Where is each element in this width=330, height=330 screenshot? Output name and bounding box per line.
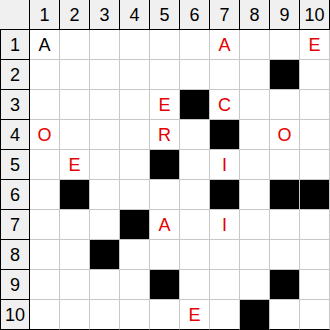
- cell-r10c3[interactable]: [90, 300, 120, 330]
- cell-r9c1[interactable]: [30, 270, 60, 300]
- cell-r2c10[interactable]: [300, 60, 330, 90]
- cell-r7c3[interactable]: [90, 210, 120, 240]
- cell-r3c3[interactable]: [90, 90, 120, 120]
- letter-o-r4c1: O: [37, 126, 51, 144]
- cell-r2c7[interactable]: [210, 60, 240, 90]
- letter-e-r1c10: E: [308, 36, 320, 54]
- cell-r10c9[interactable]: [270, 300, 300, 330]
- row-header-1: 1: [0, 30, 30, 60]
- cell-r8c9[interactable]: [270, 240, 300, 270]
- block-cell-r10c8: [240, 300, 270, 330]
- cell-r1c2[interactable]: [60, 30, 90, 60]
- cell-r7c2[interactable]: [60, 210, 90, 240]
- cell-r5c7[interactable]: I: [210, 150, 240, 180]
- cell-r3c8[interactable]: [240, 90, 270, 120]
- cell-r9c6[interactable]: [180, 270, 210, 300]
- cell-r2c8[interactable]: [240, 60, 270, 90]
- cell-r4c10[interactable]: [300, 120, 330, 150]
- cell-r6c8[interactable]: [240, 180, 270, 210]
- cell-r10c7[interactable]: [210, 300, 240, 330]
- cell-r10c10[interactable]: [300, 300, 330, 330]
- cell-r3c5[interactable]: E: [150, 90, 180, 120]
- cell-r8c7[interactable]: [210, 240, 240, 270]
- cell-r3c9[interactable]: [270, 90, 300, 120]
- cell-r5c2[interactable]: E: [60, 150, 90, 180]
- col-header-9: 9: [270, 0, 300, 30]
- letter-e-r10c6: E: [188, 306, 200, 324]
- col-header-8: 8: [240, 0, 270, 30]
- block-cell-r5c5: [150, 150, 180, 180]
- cell-r1c9[interactable]: [270, 30, 300, 60]
- cell-r2c3[interactable]: [90, 60, 120, 90]
- cell-r5c9[interactable]: [270, 150, 300, 180]
- block-cell-r6c10: [300, 180, 330, 210]
- cell-r4c5[interactable]: R: [150, 120, 180, 150]
- letter-i-r7c7: I: [222, 216, 227, 234]
- cell-r5c8[interactable]: [240, 150, 270, 180]
- cell-r1c7[interactable]: A: [210, 30, 240, 60]
- cell-r8c4[interactable]: [120, 240, 150, 270]
- cell-r1c6[interactable]: [180, 30, 210, 60]
- cell-r1c5[interactable]: [150, 30, 180, 60]
- cell-r10c1[interactable]: [30, 300, 60, 330]
- cell-r6c1[interactable]: [30, 180, 60, 210]
- cell-r5c1[interactable]: [30, 150, 60, 180]
- cell-r4c6[interactable]: [180, 120, 210, 150]
- crossword-board: 123456789101AAE23EC4ORO5EI67AI8910E: [0, 0, 330, 330]
- cell-r2c4[interactable]: [120, 60, 150, 90]
- letter-i-r5c7: I: [222, 156, 227, 174]
- cell-r7c10[interactable]: [300, 210, 330, 240]
- col-header-2: 2: [60, 0, 90, 30]
- letter-a-r1c7: A: [218, 36, 230, 54]
- cell-r3c10[interactable]: [300, 90, 330, 120]
- col-header-3: 3: [90, 0, 120, 30]
- block-cell-r9c5: [150, 270, 180, 300]
- cell-r7c9[interactable]: [270, 210, 300, 240]
- cell-r7c6[interactable]: [180, 210, 210, 240]
- letter-c-r3c7: C: [218, 96, 231, 114]
- col-header-10: 10: [300, 0, 330, 30]
- block-cell-r9c9: [270, 270, 300, 300]
- cell-r1c1[interactable]: A: [30, 30, 60, 60]
- letter-e-r5c2: E: [68, 156, 80, 174]
- block-cell-r6c7: [210, 180, 240, 210]
- row-header-5: 5: [0, 150, 30, 180]
- cell-r9c10[interactable]: [300, 270, 330, 300]
- cell-r10c2[interactable]: [60, 300, 90, 330]
- row-header-2: 2: [0, 60, 30, 90]
- letter-a-r7c5: A: [158, 216, 170, 234]
- col-header-1: 1: [30, 0, 60, 30]
- cell-r10c6[interactable]: E: [180, 300, 210, 330]
- cell-r2c5[interactable]: [150, 60, 180, 90]
- cell-r4c3[interactable]: [90, 120, 120, 150]
- cell-r2c2[interactable]: [60, 60, 90, 90]
- cell-r7c1[interactable]: [30, 210, 60, 240]
- cell-r7c8[interactable]: [240, 210, 270, 240]
- cell-r1c3[interactable]: [90, 30, 120, 60]
- cell-r4c2[interactable]: [60, 120, 90, 150]
- cell-r6c5[interactable]: [150, 180, 180, 210]
- row-header-4: 4: [0, 120, 30, 150]
- cell-r5c4[interactable]: [120, 150, 150, 180]
- letter-e-r3c5: E: [158, 96, 170, 114]
- cell-r7c5[interactable]: A: [150, 210, 180, 240]
- block-cell-r7c4: [120, 210, 150, 240]
- cell-r9c3[interactable]: [90, 270, 120, 300]
- cell-r1c10[interactable]: E: [300, 30, 330, 60]
- cell-r7c7[interactable]: I: [210, 210, 240, 240]
- cell-r1c4[interactable]: [120, 30, 150, 60]
- cell-r9c4[interactable]: [120, 270, 150, 300]
- row-header-3: 3: [0, 90, 30, 120]
- col-header-6: 6: [180, 0, 210, 30]
- block-cell-r3c6: [180, 90, 210, 120]
- cell-r4c9[interactable]: O: [270, 120, 300, 150]
- cell-r8c2[interactable]: [60, 240, 90, 270]
- cell-r2c6[interactable]: [180, 60, 210, 90]
- cell-r5c6[interactable]: [180, 150, 210, 180]
- cell-r8c1[interactable]: [30, 240, 60, 270]
- cell-r3c4[interactable]: [120, 90, 150, 120]
- cell-r10c4[interactable]: [120, 300, 150, 330]
- cell-r10c5[interactable]: [150, 300, 180, 330]
- cell-r6c6[interactable]: [180, 180, 210, 210]
- letter-r-r4c5: R: [158, 126, 171, 144]
- cell-r6c4[interactable]: [120, 180, 150, 210]
- col-header-4: 4: [120, 0, 150, 30]
- col-header-5: 5: [150, 0, 180, 30]
- letter-a-r1c1: A: [38, 36, 50, 54]
- cell-r4c4[interactable]: [120, 120, 150, 150]
- block-cell-r6c2: [60, 180, 90, 210]
- row-header-9: 9: [0, 270, 30, 300]
- cell-r6c3[interactable]: [90, 180, 120, 210]
- letter-o-r4c9: O: [277, 126, 291, 144]
- cell-r3c1[interactable]: [30, 90, 60, 120]
- block-cell-r4c7: [210, 120, 240, 150]
- cell-r3c7[interactable]: C: [210, 90, 240, 120]
- block-cell-r6c9: [270, 180, 300, 210]
- row-header-8: 8: [0, 240, 30, 270]
- cell-r4c8[interactable]: [240, 120, 270, 150]
- block-cell-r2c9: [270, 60, 300, 90]
- cell-r8c6[interactable]: [180, 240, 210, 270]
- cell-r1c8[interactable]: [240, 30, 270, 60]
- cell-r2c1[interactable]: [30, 60, 60, 90]
- cell-r5c10[interactable]: [300, 150, 330, 180]
- col-header-7: 7: [210, 0, 240, 30]
- row-header-6: 6: [0, 180, 30, 210]
- cell-r9c7[interactable]: [210, 270, 240, 300]
- cell-r5c3[interactable]: [90, 150, 120, 180]
- cell-r4c1[interactable]: O: [30, 120, 60, 150]
- cell-r9c8[interactable]: [240, 270, 270, 300]
- cell-r9c2[interactable]: [60, 270, 90, 300]
- row-header-10: 10: [0, 300, 30, 330]
- cell-r8c5[interactable]: [150, 240, 180, 270]
- header-corner: [0, 0, 30, 30]
- block-cell-r8c3: [90, 240, 120, 270]
- cell-r8c10[interactable]: [300, 240, 330, 270]
- cell-r3c2[interactable]: [60, 90, 90, 120]
- row-header-7: 7: [0, 210, 30, 240]
- cell-r8c8[interactable]: [240, 240, 270, 270]
